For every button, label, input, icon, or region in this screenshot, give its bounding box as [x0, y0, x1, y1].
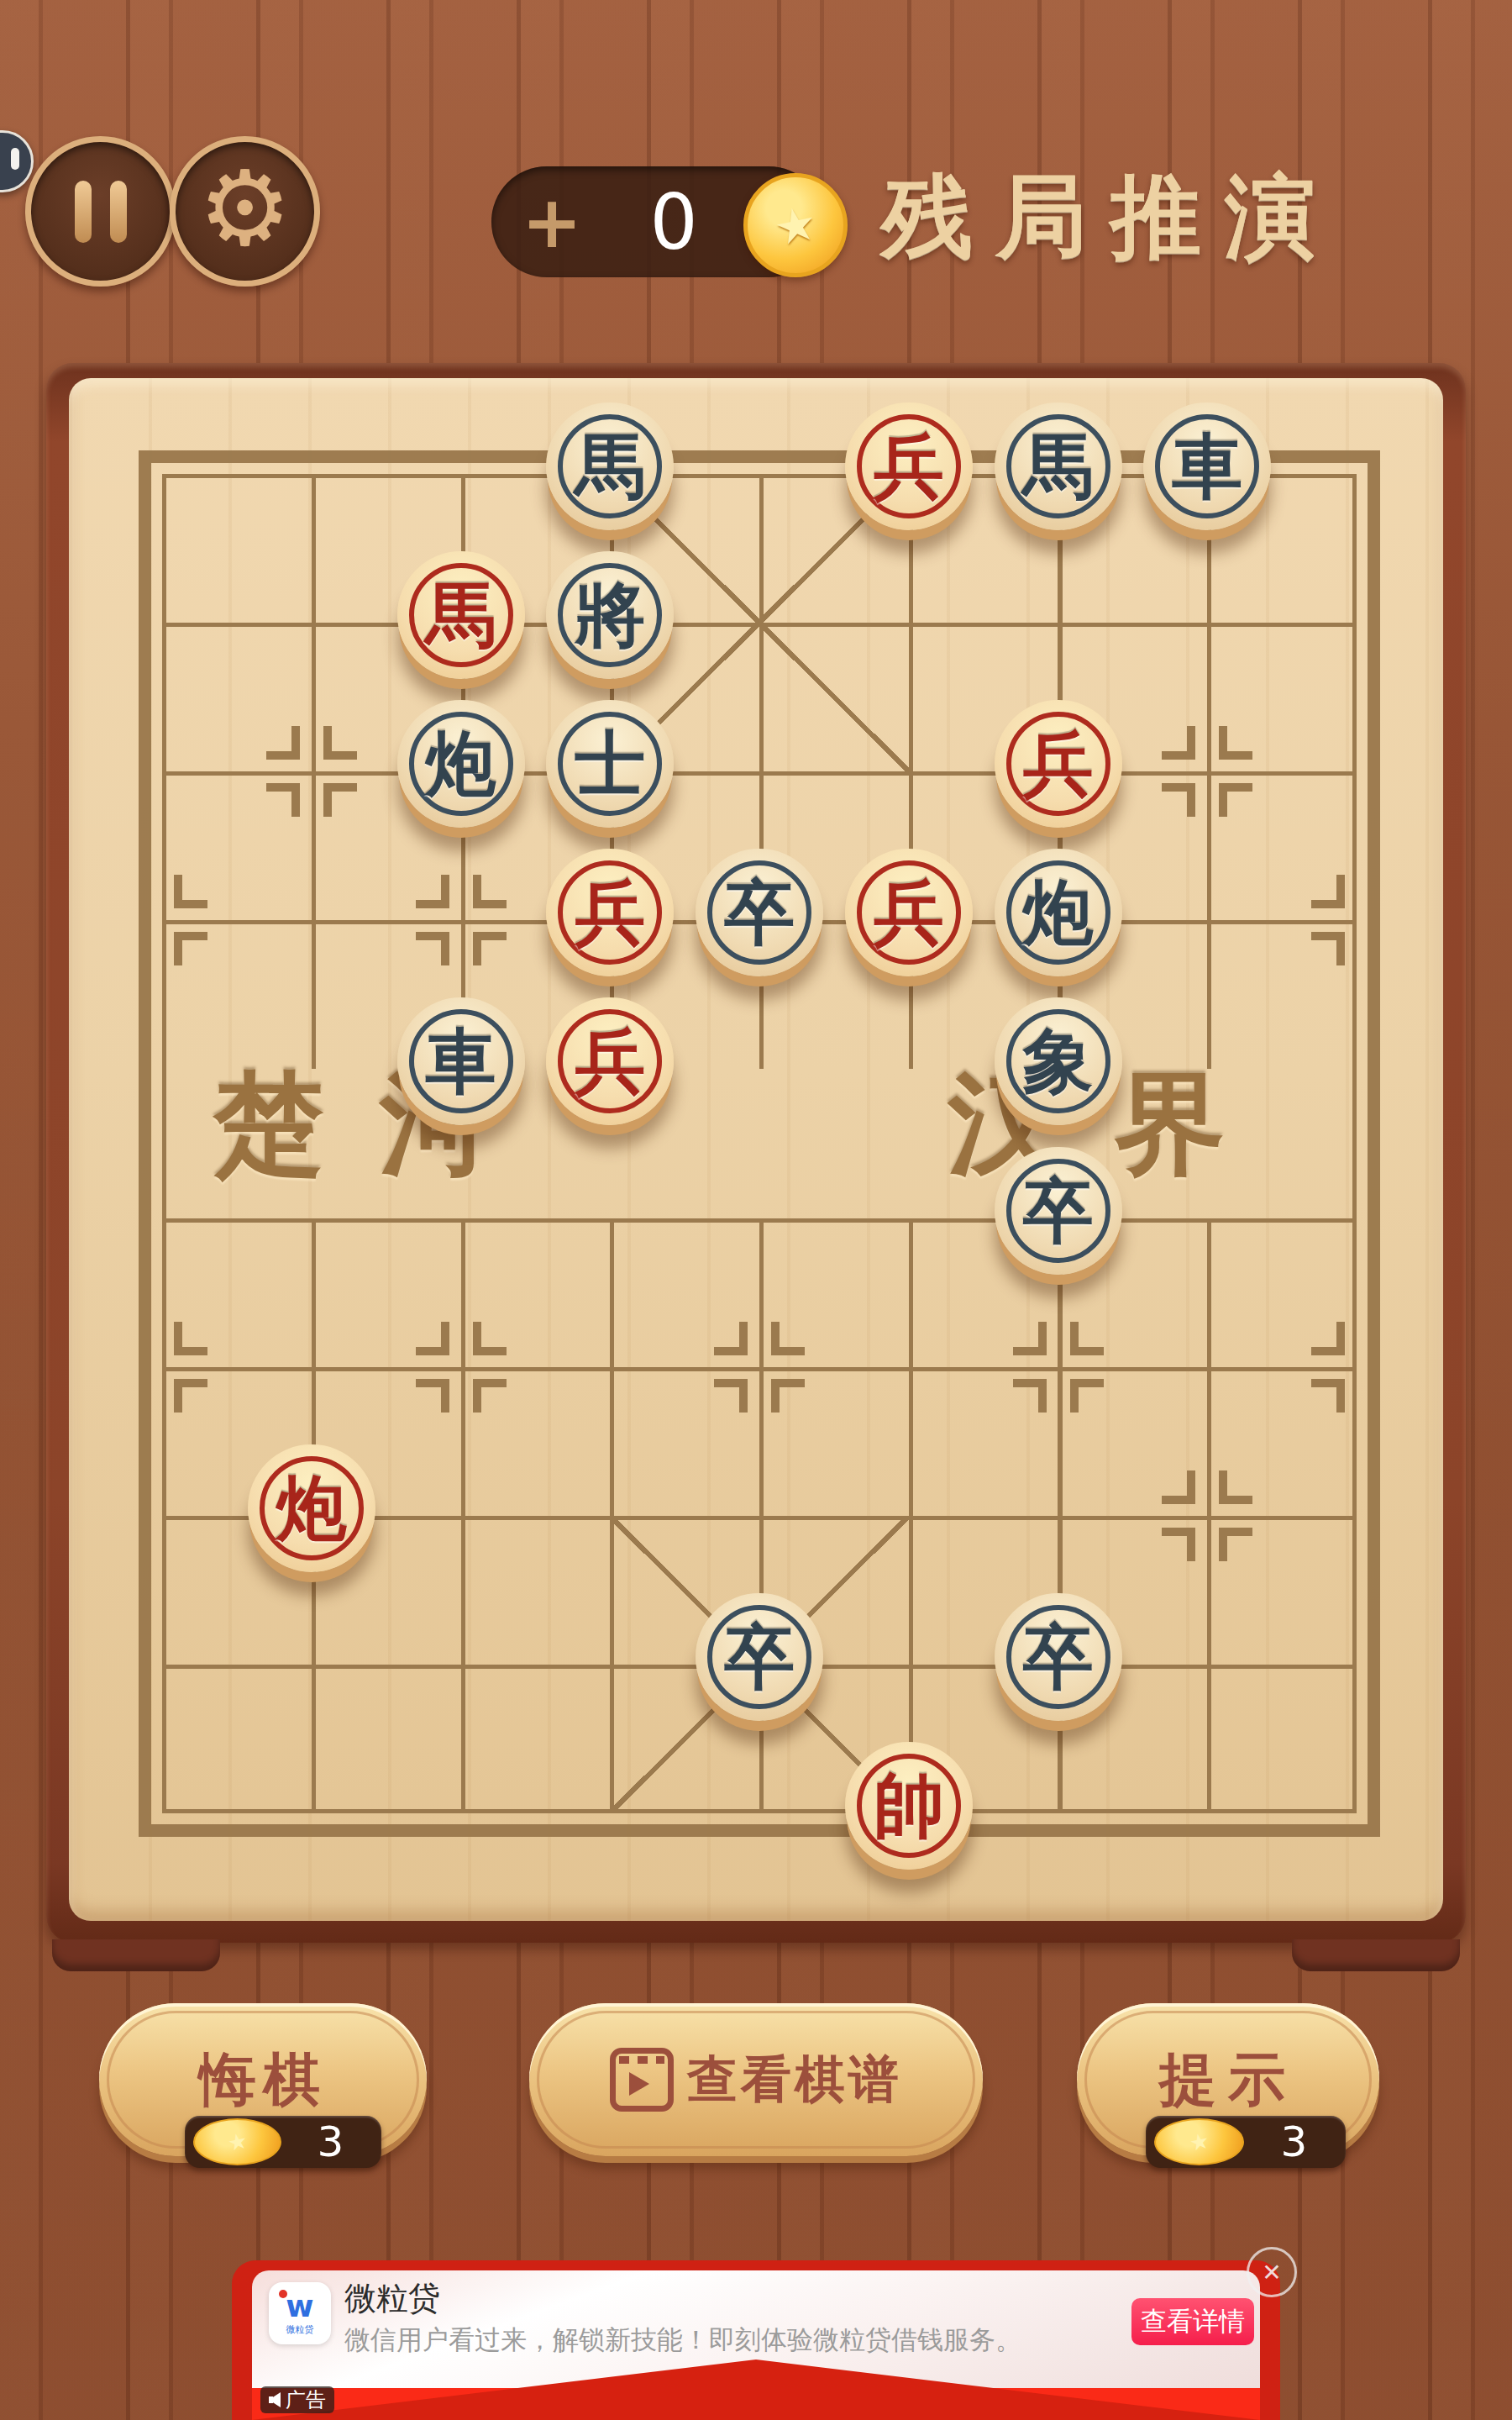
hint-cost-badge: ★ 3 — [1146, 2116, 1346, 2168]
piece-兵-red[interactable]: 兵 — [845, 402, 973, 530]
piece-卒-black[interactable]: 卒 — [696, 849, 823, 976]
piece-車-black[interactable]: 車 — [397, 997, 525, 1125]
ad-close-icon[interactable]: ✕ — [1247, 2247, 1297, 2297]
ad-banner[interactable]: w 微粒贷 微粒贷 微信用户看过来，解锁新技能！即刻体验微粒贷借钱服务。 查看详… — [232, 2260, 1280, 2420]
film-icon — [610, 2048, 674, 2112]
hint-label: 提示 — [1159, 2042, 1297, 2118]
settings-button[interactable]: ⚙ — [170, 136, 320, 287]
hint-cost: 3 — [1251, 2117, 1337, 2166]
board-foot-right — [1292, 1939, 1460, 1971]
weilidai-logo-icon: w — [286, 2291, 313, 2322]
piece-兵-red[interactable]: 兵 — [546, 849, 674, 976]
coin-counter[interactable]: + 0 ★ — [491, 166, 824, 277]
piece-士-black[interactable]: 士 — [546, 700, 674, 828]
ad-cta-button[interactable]: 查看详情 — [1131, 2298, 1254, 2345]
pause-icon — [75, 181, 92, 243]
view-record-label: 查看棋谱 — [687, 2046, 902, 2114]
piece-車-black[interactable]: 車 — [1143, 402, 1271, 530]
piece-炮-black[interactable]: 炮 — [397, 700, 525, 828]
piece-卒-black[interactable]: 卒 — [995, 1593, 1122, 1721]
piece-帥-red[interactable]: 帥 — [845, 1742, 973, 1870]
undo-label: 悔棋 — [199, 2042, 327, 2118]
floating-widget[interactable] — [0, 130, 34, 192]
gear-icon: ⚙ — [198, 156, 291, 260]
board-grid[interactable]: 楚河 汉界 馬兵馬車馬將炮士兵兵卒兵炮車兵象卒炮卒卒帥 — [162, 474, 1357, 1813]
board-surface[interactable]: 楚河 汉界 馬兵馬車馬將炮士兵兵卒兵炮車兵象卒炮卒卒帥 — [69, 378, 1443, 1921]
megaphone-icon — [269, 2392, 281, 2407]
piece-兵-red[interactable]: 兵 — [995, 700, 1122, 828]
ad-description: 微信用户看过来，解锁新技能！即刻体验微粒贷借钱服务。 — [344, 2323, 1021, 2358]
page-title: 残局推演 — [882, 156, 1339, 279]
view-record-button[interactable]: 查看棋谱 — [529, 2003, 983, 2156]
piece-兵-red[interactable]: 兵 — [845, 849, 973, 976]
piece-卒-black[interactable]: 卒 — [696, 1593, 823, 1721]
ad-app-icon: w 微粒贷 — [269, 2282, 331, 2344]
board-foot-left — [52, 1939, 220, 1971]
ad-title: 微粒贷 — [344, 2277, 440, 2320]
piece-象-black[interactable]: 象 — [995, 997, 1122, 1125]
undo-cost: 3 — [288, 2117, 373, 2166]
piece-卒-black[interactable]: 卒 — [995, 1146, 1122, 1274]
ad-label-badge: 广告 — [260, 2386, 334, 2413]
piece-馬-black[interactable]: 馬 — [995, 402, 1122, 530]
piece-兵-red[interactable]: 兵 — [546, 997, 674, 1125]
piece-將-black[interactable]: 將 — [546, 551, 674, 679]
widget-glyph — [11, 148, 19, 170]
coin-icon: ★ — [193, 2118, 281, 2165]
add-coins-icon[interactable]: + — [522, 186, 582, 258]
piece-馬-red[interactable]: 馬 — [397, 551, 525, 679]
piece-炮-red[interactable]: 炮 — [248, 1444, 375, 1572]
piece-炮-black[interactable]: 炮 — [995, 849, 1122, 976]
undo-cost-badge: ★ 3 — [185, 2116, 381, 2168]
coin-icon: ★ — [1154, 2118, 1244, 2165]
coin-count: 0 — [582, 178, 765, 266]
pause-button[interactable] — [25, 136, 176, 287]
coin-icon: ★ — [743, 173, 848, 277]
piece-馬-black[interactable]: 馬 — [546, 402, 674, 530]
